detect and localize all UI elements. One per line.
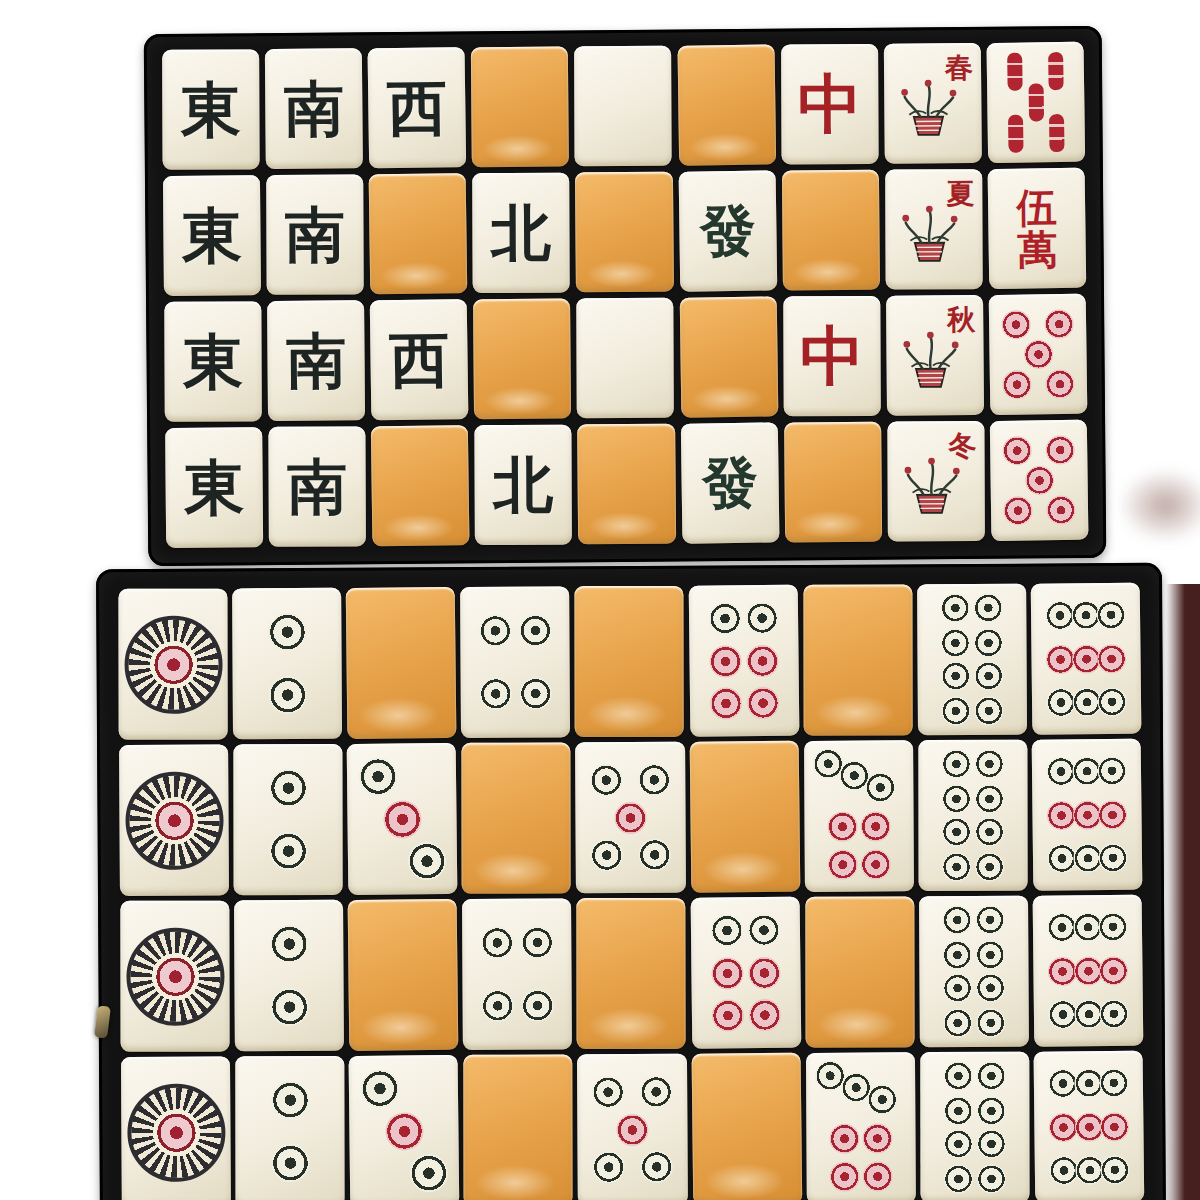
circle-pip xyxy=(1024,466,1053,495)
circle-pip xyxy=(1097,800,1126,829)
circle-pip xyxy=(828,849,858,879)
circle-pip xyxy=(860,811,890,841)
tile-pin-2[interactable] xyxy=(233,744,342,895)
circle-pip xyxy=(711,999,743,1031)
man-kanji: 萬 xyxy=(1017,228,1058,271)
circle-pip xyxy=(709,645,741,677)
tile-kanji: 發 xyxy=(701,455,758,512)
circle-pip xyxy=(385,1112,423,1150)
circle-pip xyxy=(941,594,970,623)
circle-pip xyxy=(829,1161,859,1191)
tile-white-dragon[interactable] xyxy=(575,46,673,166)
tile-back[interactable] xyxy=(575,586,684,737)
tile-back[interactable] xyxy=(805,897,914,1048)
table-surface-edge xyxy=(1166,584,1200,1200)
circle-pip xyxy=(1002,370,1031,399)
circle-pip xyxy=(639,839,671,871)
one-pin-medallion xyxy=(126,927,224,1025)
tile-pin-8[interactable] xyxy=(918,740,1027,891)
circle-pip xyxy=(1098,956,1127,985)
circle-pip xyxy=(860,849,890,879)
circle-pip xyxy=(1044,309,1073,338)
tile-back[interactable] xyxy=(803,585,912,736)
tile-pin-9[interactable] xyxy=(1032,739,1143,891)
circle-pip xyxy=(973,593,1002,622)
circle-pip xyxy=(268,613,306,651)
tile-back[interactable] xyxy=(575,172,673,293)
tile-green-dragon[interactable]: 發 xyxy=(678,170,777,291)
tile-pin-3[interactable] xyxy=(347,743,458,895)
circle-pip xyxy=(269,769,307,807)
tile-pin-7[interactable] xyxy=(804,740,914,892)
tile-back[interactable] xyxy=(577,898,686,1049)
tile-white-dragon[interactable] xyxy=(577,298,675,418)
man-kanji: 伍 xyxy=(1016,186,1057,229)
circle-pip xyxy=(640,1076,672,1108)
flower-plant-icon xyxy=(894,321,967,408)
tile-red-5-bamboo[interactable] xyxy=(986,42,1085,163)
circle-pip xyxy=(360,1070,398,1108)
shadow-smudge xyxy=(1118,468,1200,543)
circle-pip xyxy=(359,758,397,796)
tile-pin-2[interactable] xyxy=(235,1056,344,1200)
circle-pip xyxy=(942,750,971,779)
tile-south[interactable]: 南 xyxy=(269,426,367,546)
upper-tray-grid: 東南西中春東南北發夏伍萬東南西中秋東南北發冬 xyxy=(162,42,1088,548)
tile-pin-6[interactable] xyxy=(688,585,799,737)
tile-kanji: 北 xyxy=(493,455,553,515)
tile-south[interactable]: 南 xyxy=(266,174,364,294)
circle-pip xyxy=(708,603,740,635)
circle-pip xyxy=(408,842,446,880)
circle-pip xyxy=(975,784,1004,813)
tile-autumn-flower[interactable]: 秋 xyxy=(886,295,984,416)
circle-pip xyxy=(976,973,1005,1002)
tile-pin-2[interactable] xyxy=(232,588,342,740)
circle-pip xyxy=(590,764,622,796)
tile-pin-4[interactable] xyxy=(460,586,570,738)
tile-back[interactable] xyxy=(784,422,882,543)
circle-pip xyxy=(271,1144,309,1182)
circle-pip xyxy=(977,1129,1006,1158)
circle-pip xyxy=(1097,756,1126,785)
circle-pip xyxy=(867,1084,897,1114)
tile-kanji: 東 xyxy=(182,205,243,266)
circle-pip xyxy=(974,628,1003,657)
tile-kanji: 發 xyxy=(699,203,756,260)
tile-kanji: 西 xyxy=(389,329,450,390)
circle-pip xyxy=(638,764,670,796)
circle-pip xyxy=(827,812,857,842)
tile-south[interactable]: 南 xyxy=(267,300,365,421)
circle-pip xyxy=(1099,1000,1128,1029)
tile-red-5-man[interactable]: 伍萬 xyxy=(987,168,1086,289)
circle-pip xyxy=(977,1096,1006,1125)
circle-pip xyxy=(519,614,551,646)
circle-pip xyxy=(943,974,972,1003)
circle-pip xyxy=(710,915,742,947)
tile-pin-9[interactable] xyxy=(1033,1051,1144,1200)
circle-pip xyxy=(941,662,970,691)
circle-pip xyxy=(614,801,646,833)
circle-pip xyxy=(521,990,553,1022)
circle-pip xyxy=(591,839,623,871)
circle-pip xyxy=(480,678,512,710)
tile-pin-5[interactable] xyxy=(577,1054,687,1200)
circle-pip xyxy=(616,1113,648,1145)
circle-pip xyxy=(941,696,970,725)
circle-pip xyxy=(943,1008,972,1037)
circle-pip xyxy=(974,661,1003,690)
bamboo-stick xyxy=(1048,52,1064,90)
circle-pip xyxy=(1097,688,1126,717)
tile-kanji: 中 xyxy=(797,72,861,136)
tile-back[interactable] xyxy=(346,587,457,739)
tile-back[interactable] xyxy=(578,424,676,545)
tile-kanji: 東 xyxy=(181,79,241,139)
tile-kanji: 東 xyxy=(184,457,245,518)
tile-pin-5[interactable] xyxy=(575,742,685,894)
tile-pin-6[interactable] xyxy=(690,897,801,1049)
circle-pip xyxy=(944,1062,973,1091)
tile-pin-8[interactable] xyxy=(917,584,1027,736)
circle-pip xyxy=(271,1081,309,1119)
circle-pip xyxy=(1100,1156,1129,1185)
circle-pip xyxy=(944,1164,973,1193)
circle-pip xyxy=(976,1062,1005,1091)
circle-pip xyxy=(862,1123,892,1153)
upper-tray: 東南西中春東南北發夏伍萬東南西中秋東南北發冬 xyxy=(144,26,1107,566)
circle-pip xyxy=(865,772,895,802)
circle-pip xyxy=(709,687,741,719)
tile-east[interactable]: 東 xyxy=(164,301,262,421)
circle-pip xyxy=(409,1154,447,1192)
tile-pin-8[interactable] xyxy=(920,1052,1029,1200)
circle-pip xyxy=(975,817,1004,846)
circle-pip xyxy=(748,999,780,1031)
tile-spring-flower[interactable]: 春 xyxy=(884,43,982,164)
circle-pip xyxy=(944,1096,973,1125)
bamboo-stick xyxy=(1049,114,1065,152)
tile-kanji: 南 xyxy=(286,330,347,391)
tile-east[interactable]: 東 xyxy=(163,175,261,296)
tile-pin-9[interactable] xyxy=(1032,895,1143,1047)
circle-pip xyxy=(942,818,971,847)
tile-pin-4[interactable] xyxy=(462,898,572,1050)
circle-pip xyxy=(748,956,780,988)
tile-east[interactable]: 東 xyxy=(162,49,260,169)
tile-summer-flower[interactable]: 夏 xyxy=(885,169,983,289)
circle-pip xyxy=(746,602,778,634)
tile-south[interactable]: 南 xyxy=(265,48,363,169)
tile-pin-9[interactable] xyxy=(1031,583,1142,735)
flower-plant-icon xyxy=(895,447,967,533)
circle-pip xyxy=(943,906,972,935)
circle-pip xyxy=(1045,369,1074,398)
bamboo-stick xyxy=(1007,52,1023,90)
tile-kanji: 中 xyxy=(800,324,864,388)
tile-back[interactable] xyxy=(677,44,776,165)
flower-plant-icon xyxy=(892,69,965,156)
circle-pip xyxy=(1098,844,1127,873)
tile-pin-3[interactable] xyxy=(349,1055,460,1200)
circle-pip xyxy=(977,1164,1006,1193)
circle-pip xyxy=(592,1076,624,1108)
tile-back[interactable] xyxy=(689,741,800,893)
tile-kanji: 南 xyxy=(285,205,345,265)
tile-pin-8[interactable] xyxy=(919,896,1029,1048)
one-pin-medallion xyxy=(127,1083,226,1182)
circle-pip xyxy=(641,1151,673,1183)
flower-plant-icon xyxy=(893,195,965,281)
circle-pip xyxy=(862,1161,892,1191)
circle-pip xyxy=(1099,1112,1128,1141)
circle-pip xyxy=(1096,644,1125,673)
circle-pip xyxy=(975,940,1004,969)
circle-pip xyxy=(975,750,1004,779)
lower-tray-grid xyxy=(118,583,1144,1200)
circle-pip xyxy=(519,678,551,710)
circle-pip xyxy=(975,905,1004,934)
circle-pip xyxy=(941,628,970,657)
tile-pin-7[interactable] xyxy=(806,1052,916,1200)
tile-back[interactable] xyxy=(462,743,571,894)
tile-back[interactable] xyxy=(369,173,468,294)
circle-pip xyxy=(746,687,778,719)
circle-pip xyxy=(1046,495,1075,524)
circle-pip xyxy=(1003,496,1032,525)
red-five-man-characters: 伍萬 xyxy=(1016,186,1057,271)
circle-pip xyxy=(829,1124,859,1154)
tile-kanji: 東 xyxy=(183,331,243,391)
tile-kanji: 北 xyxy=(491,203,551,263)
circle-pip xyxy=(944,1130,973,1159)
circle-pip xyxy=(1096,600,1125,629)
one-pin-medallion xyxy=(125,771,224,870)
circle-pip xyxy=(975,852,1004,881)
tile-red-5-pin[interactable] xyxy=(989,294,1088,415)
tile-north[interactable]: 北 xyxy=(473,173,571,293)
circle-pip xyxy=(1023,340,1052,369)
tile-pin-1[interactable] xyxy=(119,744,229,896)
tile-green-dragon[interactable]: 發 xyxy=(680,422,779,543)
circle-pip xyxy=(383,800,421,838)
bamboo-stick xyxy=(1008,115,1024,153)
tile-red-dragon[interactable]: 中 xyxy=(783,296,881,416)
circle-pip xyxy=(943,940,972,969)
tile-back[interactable] xyxy=(464,1055,573,1200)
tile-back[interactable] xyxy=(371,425,470,546)
tile-kanji: 西 xyxy=(387,77,448,138)
tile-back[interactable] xyxy=(473,298,571,419)
tile-north[interactable]: 北 xyxy=(475,425,573,545)
tile-back[interactable] xyxy=(471,46,569,167)
circle-pip xyxy=(747,914,779,946)
tile-back[interactable] xyxy=(679,296,778,417)
tile-east[interactable]: 東 xyxy=(165,427,263,548)
circle-pip xyxy=(1099,1068,1128,1097)
circle-pip xyxy=(480,615,512,647)
circle-pip xyxy=(1003,436,1032,465)
circle-pip xyxy=(268,676,306,714)
circle-pip xyxy=(269,832,307,870)
circle-pip xyxy=(1045,435,1074,464)
circle-pip xyxy=(593,1151,625,1183)
circle-pip xyxy=(1001,310,1030,339)
circle-pip xyxy=(1098,912,1127,941)
tile-pin-1[interactable] xyxy=(121,1056,231,1200)
tile-winter-flower[interactable]: 冬 xyxy=(887,421,985,541)
tile-kanji: 南 xyxy=(284,78,345,139)
lower-tray xyxy=(96,563,1166,1200)
tile-red-5-pin[interactable] xyxy=(990,420,1089,541)
photo-background: 東南西中春東南北發夏伍萬東南西中秋東南北發冬 xyxy=(0,0,1200,1200)
circle-pip xyxy=(942,784,971,813)
circle-pip xyxy=(270,988,308,1026)
tile-back[interactable] xyxy=(348,899,459,1051)
circle-pip xyxy=(481,927,513,959)
tile-pin-2[interactable] xyxy=(234,900,344,1052)
circle-pip xyxy=(270,925,308,963)
tile-west[interactable]: 西 xyxy=(370,299,469,420)
circle-pip xyxy=(746,644,778,676)
circle-pip xyxy=(976,1008,1005,1037)
circle-pip xyxy=(942,852,971,881)
tile-pin-1[interactable] xyxy=(118,589,227,740)
circle-pip xyxy=(482,990,514,1022)
circle-pip xyxy=(974,696,1003,725)
bamboo-stick xyxy=(1028,83,1044,121)
circle-pip xyxy=(711,957,743,989)
tile-west[interactable]: 西 xyxy=(368,47,467,168)
tile-kanji: 南 xyxy=(287,457,347,517)
circle-pip xyxy=(521,926,553,958)
tile-back[interactable] xyxy=(782,170,880,291)
one-pin-medallion xyxy=(124,615,222,713)
tile-pin-1[interactable] xyxy=(120,901,229,1052)
tile-red-dragon[interactable]: 中 xyxy=(781,44,879,164)
tile-back[interactable] xyxy=(691,1053,802,1200)
